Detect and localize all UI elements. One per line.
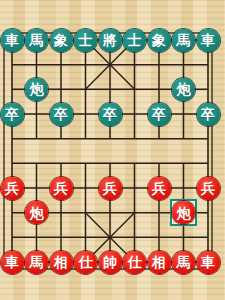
- piece-black-elephant[interactable]: 象: [148, 29, 171, 52]
- piece-black-chariot[interactable]: 車: [1, 29, 24, 52]
- piece-black-advisor[interactable]: 士: [74, 29, 97, 52]
- piece-red-advisor[interactable]: 仕: [123, 251, 146, 274]
- piece-red-cannon[interactable]: 炮: [172, 201, 195, 224]
- piece-black-advisor[interactable]: 士: [123, 29, 146, 52]
- piece-red-soldier[interactable]: 兵: [197, 177, 220, 200]
- piece-black-soldier[interactable]: 卒: [99, 103, 122, 126]
- piece-red-soldier[interactable]: 兵: [50, 177, 73, 200]
- piece-black-general[interactable]: 將: [99, 29, 122, 52]
- piece-black-elephant[interactable]: 象: [50, 29, 73, 52]
- piece-black-horse[interactable]: 馬: [172, 29, 195, 52]
- piece-red-horse[interactable]: 馬: [25, 251, 48, 274]
- piece-black-soldier[interactable]: 卒: [197, 103, 220, 126]
- piece-black-soldier[interactable]: 卒: [1, 103, 24, 126]
- piece-red-elephant[interactable]: 相: [50, 251, 73, 274]
- piece-black-cannon[interactable]: 炮: [172, 78, 195, 101]
- piece-red-cannon[interactable]: 炮: [25, 201, 48, 224]
- piece-red-chariot[interactable]: 車: [197, 251, 220, 274]
- piece-red-advisor[interactable]: 仕: [74, 251, 97, 274]
- piece-red-soldier[interactable]: 兵: [1, 177, 24, 200]
- piece-black-horse[interactable]: 馬: [25, 29, 48, 52]
- xiangqi-board[interactable]: 車馬象士將士象馬車炮炮卒卒卒卒卒兵兵兵兵兵炮炮車馬相仕帥仕相馬車: [0, 0, 225, 300]
- piece-red-soldier[interactable]: 兵: [148, 177, 171, 200]
- piece-red-horse[interactable]: 馬: [172, 251, 195, 274]
- piece-black-cannon[interactable]: 炮: [25, 78, 48, 101]
- piece-red-elephant[interactable]: 相: [148, 251, 171, 274]
- piece-black-chariot[interactable]: 車: [197, 29, 220, 52]
- piece-red-general[interactable]: 帥: [99, 251, 122, 274]
- piece-red-chariot[interactable]: 車: [1, 251, 24, 274]
- piece-black-soldier[interactable]: 卒: [50, 103, 73, 126]
- piece-black-soldier[interactable]: 卒: [148, 103, 171, 126]
- piece-red-soldier[interactable]: 兵: [99, 177, 122, 200]
